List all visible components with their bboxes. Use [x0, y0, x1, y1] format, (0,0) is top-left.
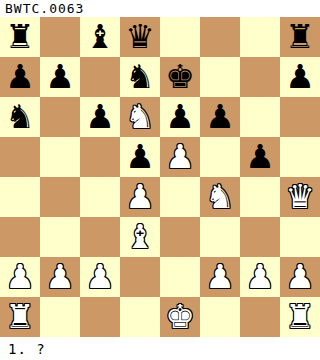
piece-white-pawn: ♟ — [125, 177, 155, 217]
piece-black-pawn: ♟ — [85, 97, 115, 137]
piece-white-king: ♚ — [165, 297, 195, 337]
square-f2[interactable]: ♟ — [200, 257, 240, 297]
piece-white-queen: ♛ — [285, 177, 315, 217]
square-h4[interactable]: ♛ — [280, 177, 320, 217]
piece-white-pawn: ♟ — [85, 257, 115, 297]
square-b6[interactable] — [40, 97, 80, 137]
square-f3[interactable] — [200, 217, 240, 257]
square-g7[interactable] — [240, 57, 280, 97]
piece-black-knight: ♞ — [5, 97, 35, 137]
square-g8[interactable] — [240, 17, 280, 57]
piece-white-rook: ♜ — [5, 297, 35, 337]
piece-black-pawn: ♟ — [5, 57, 35, 97]
square-c1[interactable] — [80, 297, 120, 337]
square-g4[interactable] — [240, 177, 280, 217]
piece-white-bishop: ♝ — [125, 217, 155, 257]
piece-black-pawn: ♟ — [285, 57, 315, 97]
piece-black-pawn: ♟ — [165, 97, 195, 137]
square-e7[interactable]: ♚ — [160, 57, 200, 97]
square-d8[interactable]: ♛ — [120, 17, 160, 57]
square-b8[interactable] — [40, 17, 80, 57]
piece-white-pawn: ♟ — [205, 257, 235, 297]
square-b7[interactable]: ♟ — [40, 57, 80, 97]
square-d3[interactable]: ♝ — [120, 217, 160, 257]
piece-white-knight: ♞ — [205, 177, 235, 217]
square-f7[interactable] — [200, 57, 240, 97]
square-f4[interactable]: ♞ — [200, 177, 240, 217]
piece-white-knight: ♞ — [125, 97, 155, 137]
square-c4[interactable] — [80, 177, 120, 217]
square-g3[interactable] — [240, 217, 280, 257]
square-a8[interactable]: ♜ — [0, 17, 40, 57]
chess-puzzle-window: BWTC.0063 ♜♝♛♜♟♟♞♚♟♞♟♞♟♟♟♟♟♟♞♛♝♟♟♟♟♟♟♜♚♜… — [0, 0, 320, 360]
square-g6[interactable] — [240, 97, 280, 137]
square-h3[interactable] — [280, 217, 320, 257]
square-f6[interactable]: ♟ — [200, 97, 240, 137]
piece-black-pawn: ♟ — [205, 97, 235, 137]
square-a4[interactable] — [0, 177, 40, 217]
square-g1[interactable] — [240, 297, 280, 337]
square-e6[interactable]: ♟ — [160, 97, 200, 137]
chess-board: ♜♝♛♜♟♟♞♚♟♞♟♞♟♟♟♟♟♟♞♛♝♟♟♟♟♟♟♜♚♜ — [0, 17, 320, 337]
square-e3[interactable] — [160, 217, 200, 257]
piece-white-pawn: ♟ — [5, 257, 35, 297]
square-e2[interactable] — [160, 257, 200, 297]
piece-black-pawn: ♟ — [125, 137, 155, 177]
square-e1[interactable]: ♚ — [160, 297, 200, 337]
square-a7[interactable]: ♟ — [0, 57, 40, 97]
square-e8[interactable] — [160, 17, 200, 57]
piece-black-king: ♚ — [165, 57, 195, 97]
square-c3[interactable] — [80, 217, 120, 257]
square-d6[interactable]: ♞ — [120, 97, 160, 137]
piece-white-pawn: ♟ — [165, 137, 195, 177]
square-d4[interactable]: ♟ — [120, 177, 160, 217]
square-b3[interactable] — [40, 217, 80, 257]
square-a5[interactable] — [0, 137, 40, 177]
square-a2[interactable]: ♟ — [0, 257, 40, 297]
square-d5[interactable]: ♟ — [120, 137, 160, 177]
puzzle-title: BWTC.0063 — [0, 0, 320, 17]
square-h1[interactable]: ♜ — [280, 297, 320, 337]
piece-black-queen: ♛ — [125, 17, 155, 57]
square-d2[interactable] — [120, 257, 160, 297]
piece-black-bishop: ♝ — [85, 17, 115, 57]
piece-black-knight: ♞ — [125, 57, 155, 97]
square-a3[interactable] — [0, 217, 40, 257]
square-g5[interactable]: ♟ — [240, 137, 280, 177]
piece-white-pawn: ♟ — [285, 257, 315, 297]
square-f8[interactable] — [200, 17, 240, 57]
square-g2[interactable]: ♟ — [240, 257, 280, 297]
square-c8[interactable]: ♝ — [80, 17, 120, 57]
square-a1[interactable]: ♜ — [0, 297, 40, 337]
square-d1[interactable] — [120, 297, 160, 337]
square-b4[interactable] — [40, 177, 80, 217]
piece-black-rook: ♜ — [5, 17, 35, 57]
piece-white-pawn: ♟ — [245, 257, 275, 297]
square-c2[interactable]: ♟ — [80, 257, 120, 297]
square-h5[interactable] — [280, 137, 320, 177]
square-c7[interactable] — [80, 57, 120, 97]
square-e5[interactable]: ♟ — [160, 137, 200, 177]
square-d7[interactable]: ♞ — [120, 57, 160, 97]
piece-white-pawn: ♟ — [45, 257, 75, 297]
piece-black-rook: ♜ — [285, 17, 315, 57]
square-h7[interactable]: ♟ — [280, 57, 320, 97]
piece-white-rook: ♜ — [285, 297, 315, 337]
square-b5[interactable] — [40, 137, 80, 177]
move-prompt: 1. ? — [0, 337, 320, 360]
piece-black-pawn: ♟ — [45, 57, 75, 97]
square-a6[interactable]: ♞ — [0, 97, 40, 137]
square-h6[interactable] — [280, 97, 320, 137]
square-f1[interactable] — [200, 297, 240, 337]
square-h8[interactable]: ♜ — [280, 17, 320, 57]
square-f5[interactable] — [200, 137, 240, 177]
square-b2[interactable]: ♟ — [40, 257, 80, 297]
square-e4[interactable] — [160, 177, 200, 217]
piece-black-pawn: ♟ — [245, 137, 275, 177]
square-c6[interactable]: ♟ — [80, 97, 120, 137]
square-b1[interactable] — [40, 297, 80, 337]
square-h2[interactable]: ♟ — [280, 257, 320, 297]
square-c5[interactable] — [80, 137, 120, 177]
